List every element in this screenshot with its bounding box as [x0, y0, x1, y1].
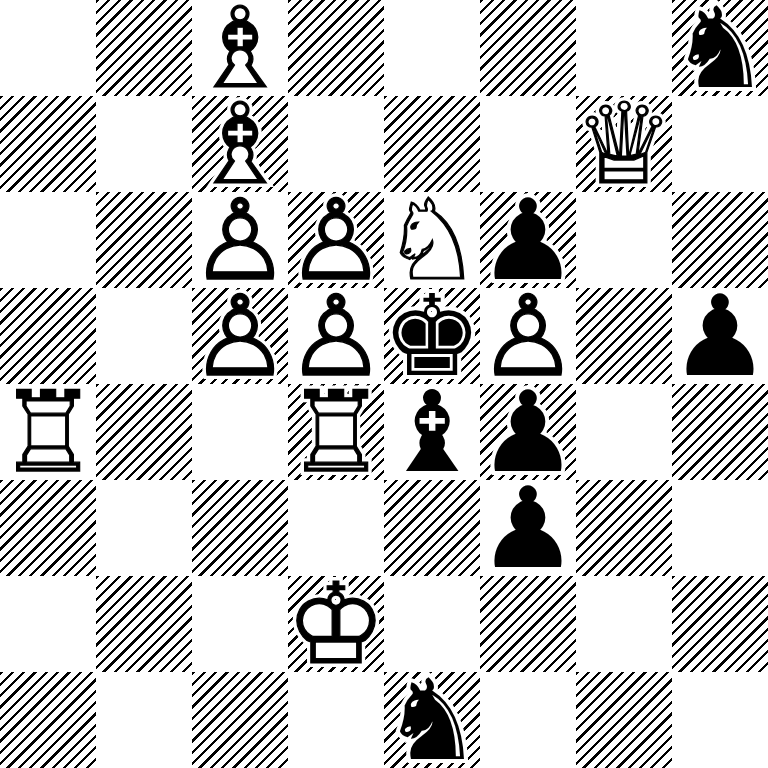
- piece-glyph: ♙: [192, 288, 288, 384]
- black-knight-e1[interactable]: ♞♞: [384, 672, 480, 768]
- black-pawn-h5[interactable]: ♟♟: [672, 288, 768, 384]
- piece-glyph: ♝: [384, 384, 480, 480]
- square-g7[interactable]: ♛♕: [576, 96, 672, 192]
- white-rook-d4[interactable]: ♜♖: [288, 384, 384, 480]
- square-g1[interactable]: [576, 672, 672, 768]
- square-e4[interactable]: ♝♝: [384, 384, 480, 480]
- square-h7[interactable]: [672, 96, 768, 192]
- piece-glyph: ♞: [672, 0, 768, 96]
- square-e1[interactable]: ♞♞: [384, 672, 480, 768]
- square-d4[interactable]: ♜♖: [288, 384, 384, 480]
- piece-glyph: ♟: [672, 288, 768, 384]
- square-f8[interactable]: [480, 0, 576, 96]
- square-h4[interactable]: [672, 384, 768, 480]
- square-b8[interactable]: [96, 0, 192, 96]
- white-king-d2[interactable]: ♚♔: [288, 576, 384, 672]
- square-c4[interactable]: [192, 384, 288, 480]
- black-knight-h8[interactable]: ♞♞: [672, 0, 768, 96]
- square-e8[interactable]: [384, 0, 480, 96]
- square-b6[interactable]: [96, 192, 192, 288]
- square-g2[interactable]: [576, 576, 672, 672]
- square-g3[interactable]: [576, 480, 672, 576]
- square-h8[interactable]: ♞♞: [672, 0, 768, 96]
- square-f3[interactable]: ♟♟: [480, 480, 576, 576]
- white-queen-g7[interactable]: ♛♕: [576, 96, 672, 192]
- square-g6[interactable]: [576, 192, 672, 288]
- piece-glyph: ♟: [480, 480, 576, 576]
- square-d2[interactable]: ♚♔: [288, 576, 384, 672]
- piece-glyph: ♖: [0, 384, 96, 480]
- square-b5[interactable]: [96, 288, 192, 384]
- square-b3[interactable]: [96, 480, 192, 576]
- piece-glyph: ♞: [384, 672, 480, 768]
- square-h5[interactable]: ♟♟: [672, 288, 768, 384]
- square-h3[interactable]: [672, 480, 768, 576]
- chess-board: ♝♗♞♞♝♗♛♕♟♙♟♙♞♘♟♟♟♙♟♙♚♚♟♙♟♟♜♖♜♖♝♝♟♟♟♟♚♔♞♞: [0, 0, 768, 768]
- piece-glyph: ♔: [288, 576, 384, 672]
- square-g4[interactable]: [576, 384, 672, 480]
- square-c1[interactable]: [192, 672, 288, 768]
- square-a1[interactable]: [0, 672, 96, 768]
- square-f2[interactable]: [480, 576, 576, 672]
- square-c2[interactable]: [192, 576, 288, 672]
- square-b7[interactable]: [96, 96, 192, 192]
- square-c3[interactable]: [192, 480, 288, 576]
- square-a2[interactable]: [0, 576, 96, 672]
- square-b4[interactable]: [96, 384, 192, 480]
- square-a7[interactable]: [0, 96, 96, 192]
- square-h2[interactable]: [672, 576, 768, 672]
- piece-glyph: ♕: [576, 96, 672, 192]
- black-bishop-e4[interactable]: ♝♝: [384, 384, 480, 480]
- black-pawn-f3[interactable]: ♟♟: [480, 480, 576, 576]
- square-h1[interactable]: [672, 672, 768, 768]
- square-c5[interactable]: ♟♙: [192, 288, 288, 384]
- piece-glyph: ♖: [288, 384, 384, 480]
- square-e3[interactable]: [384, 480, 480, 576]
- square-d1[interactable]: [288, 672, 384, 768]
- square-a4[interactable]: ♜♖: [0, 384, 96, 480]
- square-a3[interactable]: [0, 480, 96, 576]
- white-rook-a4[interactable]: ♜♖: [0, 384, 96, 480]
- square-a6[interactable]: [0, 192, 96, 288]
- square-b2[interactable]: [96, 576, 192, 672]
- square-a8[interactable]: [0, 0, 96, 96]
- square-b1[interactable]: [96, 672, 192, 768]
- white-pawn-c5[interactable]: ♟♙: [192, 288, 288, 384]
- square-g5[interactable]: [576, 288, 672, 384]
- square-f1[interactable]: [480, 672, 576, 768]
- square-d8[interactable]: [288, 0, 384, 96]
